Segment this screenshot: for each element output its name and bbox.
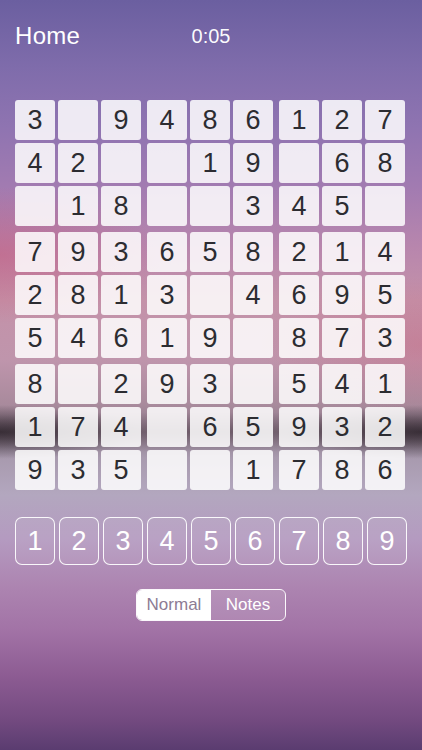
- sudoku-cell-r6c4[interactable]: 1: [147, 318, 187, 358]
- sudoku-cell-r9c4[interactable]: [147, 450, 187, 490]
- sudoku-cell-r4c4[interactable]: 6: [147, 232, 187, 272]
- sudoku-cell-r6c3[interactable]: 6: [101, 318, 141, 358]
- number-button-2[interactable]: 2: [59, 517, 99, 565]
- sudoku-cell-r9c3[interactable]: 5: [101, 450, 141, 490]
- sudoku-cell-r8c7[interactable]: 9: [279, 407, 319, 447]
- sudoku-cell-r2c3[interactable]: [101, 143, 141, 183]
- sudoku-cell-r3c8[interactable]: 5: [322, 186, 362, 226]
- number-button-9[interactable]: 9: [367, 517, 407, 565]
- sudoku-cell-r2c2[interactable]: 2: [58, 143, 98, 183]
- sudoku-cell-r2c8[interactable]: 6: [322, 143, 362, 183]
- sudoku-cell-r8c4[interactable]: [147, 407, 187, 447]
- sudoku-cell-r3c3[interactable]: 8: [101, 186, 141, 226]
- sudoku-cell-r3c7[interactable]: 4: [279, 186, 319, 226]
- sudoku-block-6: 214695873: [279, 232, 405, 358]
- sudoku-cell-r1c3[interactable]: 9: [101, 100, 141, 140]
- sudoku-block-4: 793281546: [15, 232, 141, 358]
- sudoku-cell-r7c3[interactable]: 2: [101, 364, 141, 404]
- sudoku-cell-r2c1[interactable]: 4: [15, 143, 55, 183]
- sudoku-cell-r8c9[interactable]: 2: [365, 407, 405, 447]
- sudoku-cell-r5c3[interactable]: 1: [101, 275, 141, 315]
- sudoku-cell-r7c5[interactable]: 3: [190, 364, 230, 404]
- sudoku-cell-r9c7[interactable]: 7: [279, 450, 319, 490]
- sudoku-cell-r9c1[interactable]: 9: [15, 450, 55, 490]
- mode-toggle: NormalNotes: [136, 589, 286, 621]
- sudoku-cell-r5c8[interactable]: 9: [322, 275, 362, 315]
- sudoku-cell-r7c1[interactable]: 8: [15, 364, 55, 404]
- sudoku-cell-r4c6[interactable]: 8: [233, 232, 273, 272]
- sudoku-cell-r6c8[interactable]: 7: [322, 318, 362, 358]
- sudoku-block-9: 541932786: [279, 364, 405, 490]
- sudoku-cell-r6c6[interactable]: [233, 318, 273, 358]
- sudoku-block-7: 82174935: [15, 364, 141, 490]
- sudoku-cell-r2c6[interactable]: 9: [233, 143, 273, 183]
- sudoku-cell-r9c8[interactable]: 8: [322, 450, 362, 490]
- sudoku-cell-r4c5[interactable]: 5: [190, 232, 230, 272]
- sudoku-cell-r8c8[interactable]: 3: [322, 407, 362, 447]
- sudoku-cell-r1c7[interactable]: 1: [279, 100, 319, 140]
- sudoku-cell-r6c5[interactable]: 9: [190, 318, 230, 358]
- number-button-6[interactable]: 6: [235, 517, 275, 565]
- sudoku-cell-r3c6[interactable]: 3: [233, 186, 273, 226]
- sudoku-cell-r8c5[interactable]: 6: [190, 407, 230, 447]
- sudoku-block-2: 486193: [147, 100, 273, 226]
- sudoku-cell-r1c5[interactable]: 8: [190, 100, 230, 140]
- sudoku-cell-r3c4[interactable]: [147, 186, 187, 226]
- sudoku-block-5: 6583419: [147, 232, 273, 358]
- number-button-5[interactable]: 5: [191, 517, 231, 565]
- sudoku-cell-r4c1[interactable]: 7: [15, 232, 55, 272]
- sudoku-cell-r8c6[interactable]: 5: [233, 407, 273, 447]
- sudoku-cell-r1c2[interactable]: [58, 100, 98, 140]
- sudoku-cell-r1c4[interactable]: 4: [147, 100, 187, 140]
- sudoku-cell-r6c2[interactable]: 4: [58, 318, 98, 358]
- sudoku-cell-r2c4[interactable]: [147, 143, 187, 183]
- navigation-bar: Home 0:05: [0, 0, 422, 64]
- sudoku-cell-r7c6[interactable]: [233, 364, 273, 404]
- sudoku-cell-r2c5[interactable]: 1: [190, 143, 230, 183]
- sudoku-cell-r7c7[interactable]: 5: [279, 364, 319, 404]
- number-button-7[interactable]: 7: [279, 517, 319, 565]
- sudoku-board: 3942184861931276845793281546658341921469…: [15, 100, 405, 490]
- sudoku-cell-r7c9[interactable]: 1: [365, 364, 405, 404]
- sudoku-block-3: 1276845: [279, 100, 405, 226]
- sudoku-cell-r7c2[interactable]: [58, 364, 98, 404]
- number-button-4[interactable]: 4: [147, 517, 187, 565]
- sudoku-cell-r1c9[interactable]: 7: [365, 100, 405, 140]
- sudoku-cell-r8c1[interactable]: 1: [15, 407, 55, 447]
- number-button-3[interactable]: 3: [103, 517, 143, 565]
- sudoku-cell-r8c2[interactable]: 7: [58, 407, 98, 447]
- sudoku-cell-r3c5[interactable]: [190, 186, 230, 226]
- sudoku-cell-r5c7[interactable]: 6: [279, 275, 319, 315]
- sudoku-block-1: 394218: [15, 100, 141, 226]
- sudoku-cell-r2c7[interactable]: [279, 143, 319, 183]
- sudoku-cell-r7c4[interactable]: 9: [147, 364, 187, 404]
- sudoku-cell-r3c1[interactable]: [15, 186, 55, 226]
- sudoku-cell-r9c9[interactable]: 6: [365, 450, 405, 490]
- sudoku-cell-r2c9[interactable]: 8: [365, 143, 405, 183]
- number-button-1[interactable]: 1: [15, 517, 55, 565]
- sudoku-cell-r6c1[interactable]: 5: [15, 318, 55, 358]
- number-button-8[interactable]: 8: [323, 517, 363, 565]
- sudoku-cell-r3c9[interactable]: [365, 186, 405, 226]
- sudoku-cell-r1c1[interactable]: 3: [15, 100, 55, 140]
- mode-segment-normal[interactable]: Normal: [137, 590, 211, 620]
- sudoku-cell-r4c9[interactable]: 4: [365, 232, 405, 272]
- sudoku-cell-r6c9[interactable]: 3: [365, 318, 405, 358]
- sudoku-cell-r5c4[interactable]: 3: [147, 275, 187, 315]
- sudoku-block-8: 93651: [147, 364, 273, 490]
- home-back-button[interactable]: Home: [15, 22, 80, 50]
- sudoku-cell-r5c9[interactable]: 5: [365, 275, 405, 315]
- sudoku-cell-r5c5[interactable]: [190, 275, 230, 315]
- sudoku-cell-r7c8[interactable]: 4: [322, 364, 362, 404]
- sudoku-cell-r3c2[interactable]: 1: [58, 186, 98, 226]
- sudoku-cell-r6c7[interactable]: 8: [279, 318, 319, 358]
- sudoku-cell-r9c5[interactable]: [190, 450, 230, 490]
- sudoku-cell-r9c6[interactable]: 1: [233, 450, 273, 490]
- sudoku-cell-r1c8[interactable]: 2: [322, 100, 362, 140]
- sudoku-cell-r5c2[interactable]: 8: [58, 275, 98, 315]
- sudoku-cell-r4c3[interactable]: 3: [101, 232, 141, 272]
- sudoku-cell-r4c8[interactable]: 1: [322, 232, 362, 272]
- sudoku-cell-r1c6[interactable]: 6: [233, 100, 273, 140]
- mode-segment-notes[interactable]: Notes: [211, 590, 285, 620]
- sudoku-cell-r8c3[interactable]: 4: [101, 407, 141, 447]
- sudoku-cell-r9c2[interactable]: 3: [58, 450, 98, 490]
- number-pad: 123456789: [15, 517, 407, 565]
- sudoku-cell-r4c2[interactable]: 9: [58, 232, 98, 272]
- sudoku-cell-r4c7[interactable]: 2: [279, 232, 319, 272]
- sudoku-cell-r5c6[interactable]: 4: [233, 275, 273, 315]
- sudoku-cell-r5c1[interactable]: 2: [15, 275, 55, 315]
